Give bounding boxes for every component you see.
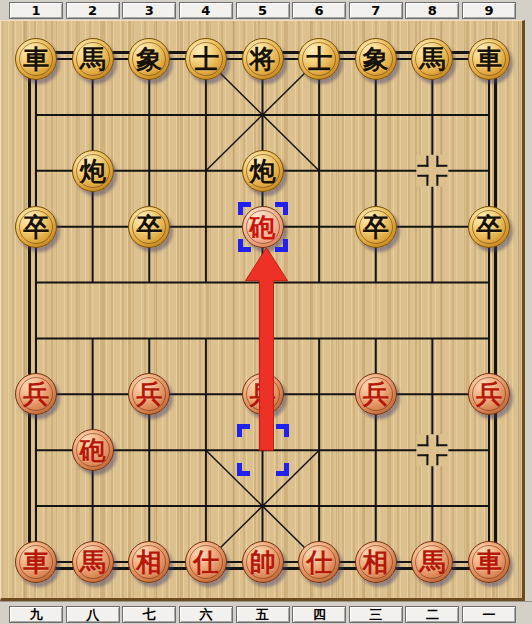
piece-character: 車	[476, 549, 502, 575]
file-label-top-2: 2	[66, 2, 120, 19]
black-chariot[interactable]: 車	[468, 38, 510, 80]
red-soldier[interactable]: 兵	[468, 373, 510, 415]
file-label-top-7: 7	[349, 2, 403, 19]
top-file-labels: 123456789	[0, 0, 532, 20]
black-advisor[interactable]: 士	[298, 38, 340, 80]
red-soldier[interactable]: 兵	[15, 373, 57, 415]
file-label-top-6: 6	[292, 2, 346, 19]
piece-character: 相	[363, 549, 389, 575]
piece-character: 仕	[306, 549, 332, 575]
xiangqi-board[interactable]: 車馬象士将士象馬車炮炮卒卒砲卒卒兵兵兵兵兵砲車馬相仕帥仕相馬車	[0, 20, 525, 601]
piece-character: 士	[193, 46, 219, 72]
file-label-bottom-4: 六	[179, 606, 233, 623]
file-label-bottom-9: 一	[462, 606, 516, 623]
piece-character: 卒	[476, 214, 502, 240]
piece-character: 馬	[80, 46, 106, 72]
piece-character: 炮	[250, 158, 276, 184]
piece-character: 卒	[136, 214, 162, 240]
piece-character: 相	[136, 549, 162, 575]
xiangqi-app-window: 123456789 車馬象士将士象馬車炮炮卒卒砲卒卒兵兵兵兵兵砲車馬相仕帥仕相馬…	[0, 0, 532, 624]
red-soldier[interactable]: 兵	[128, 373, 170, 415]
black-advisor[interactable]: 士	[185, 38, 227, 80]
piece-character: 象	[363, 46, 389, 72]
red-cannon[interactable]: 砲	[242, 206, 284, 248]
red-horse[interactable]: 馬	[411, 541, 453, 583]
piece-character: 馬	[419, 549, 445, 575]
piece-character: 士	[306, 46, 332, 72]
piece-character: 兵	[250, 381, 276, 407]
black-horse[interactable]: 馬	[411, 38, 453, 80]
piece-character: 仕	[193, 549, 219, 575]
black-general[interactable]: 将	[242, 38, 284, 80]
red-chariot[interactable]: 車	[15, 541, 57, 583]
file-label-bottom-5: 五	[236, 606, 290, 623]
black-soldier[interactable]: 卒	[355, 206, 397, 248]
piece-character: 兵	[136, 381, 162, 407]
piece-character: 兵	[23, 381, 49, 407]
red-soldier[interactable]: 兵	[355, 373, 397, 415]
red-horse[interactable]: 馬	[72, 541, 114, 583]
red-elephant[interactable]: 相	[355, 541, 397, 583]
red-advisor[interactable]: 仕	[298, 541, 340, 583]
piece-character: 卒	[23, 214, 49, 240]
red-general[interactable]: 帥	[242, 541, 284, 583]
file-label-bottom-8: 二	[405, 606, 459, 623]
file-label-bottom-6: 四	[292, 606, 346, 623]
black-horse[interactable]: 馬	[72, 38, 114, 80]
black-cannon[interactable]: 炮	[242, 150, 284, 192]
piece-character: 将	[250, 46, 276, 72]
file-label-bottom-2: 八	[66, 606, 120, 623]
piece-character: 馬	[80, 549, 106, 575]
piece-character: 車	[476, 46, 502, 72]
file-label-top-5: 5	[236, 2, 290, 19]
black-elephant[interactable]: 象	[355, 38, 397, 80]
file-label-bottom-1: 九	[9, 606, 63, 623]
file-label-top-1: 1	[9, 2, 63, 19]
piece-character: 帥	[250, 549, 276, 575]
file-label-top-4: 4	[179, 2, 233, 19]
piece-character: 車	[23, 46, 49, 72]
black-soldier[interactable]: 卒	[15, 206, 57, 248]
red-soldier[interactable]: 兵	[242, 373, 284, 415]
black-elephant[interactable]: 象	[128, 38, 170, 80]
black-cannon[interactable]: 炮	[72, 150, 114, 192]
red-advisor[interactable]: 仕	[185, 541, 227, 583]
bottom-file-labels: 九八七六五四三二一	[0, 601, 532, 624]
black-chariot[interactable]: 車	[15, 38, 57, 80]
piece-character: 兵	[363, 381, 389, 407]
red-elephant[interactable]: 相	[128, 541, 170, 583]
file-label-top-3: 3	[122, 2, 176, 19]
black-soldier[interactable]: 卒	[468, 206, 510, 248]
piece-character: 砲	[80, 437, 106, 463]
pieces-layer: 車馬象士将士象馬車炮炮卒卒砲卒卒兵兵兵兵兵砲車馬相仕帥仕相馬車	[1, 21, 522, 598]
piece-character: 卒	[363, 214, 389, 240]
red-chariot[interactable]: 車	[468, 541, 510, 583]
piece-character: 象	[136, 46, 162, 72]
piece-character: 馬	[419, 46, 445, 72]
piece-character: 炮	[80, 158, 106, 184]
red-cannon[interactable]: 砲	[72, 429, 114, 471]
file-label-bottom-7: 三	[349, 606, 403, 623]
piece-character: 兵	[476, 381, 502, 407]
piece-character: 砲	[250, 214, 276, 240]
piece-character: 車	[23, 549, 49, 575]
file-label-bottom-3: 七	[122, 606, 176, 623]
black-soldier[interactable]: 卒	[128, 206, 170, 248]
file-label-top-8: 8	[405, 2, 459, 19]
file-label-top-9: 9	[462, 2, 516, 19]
